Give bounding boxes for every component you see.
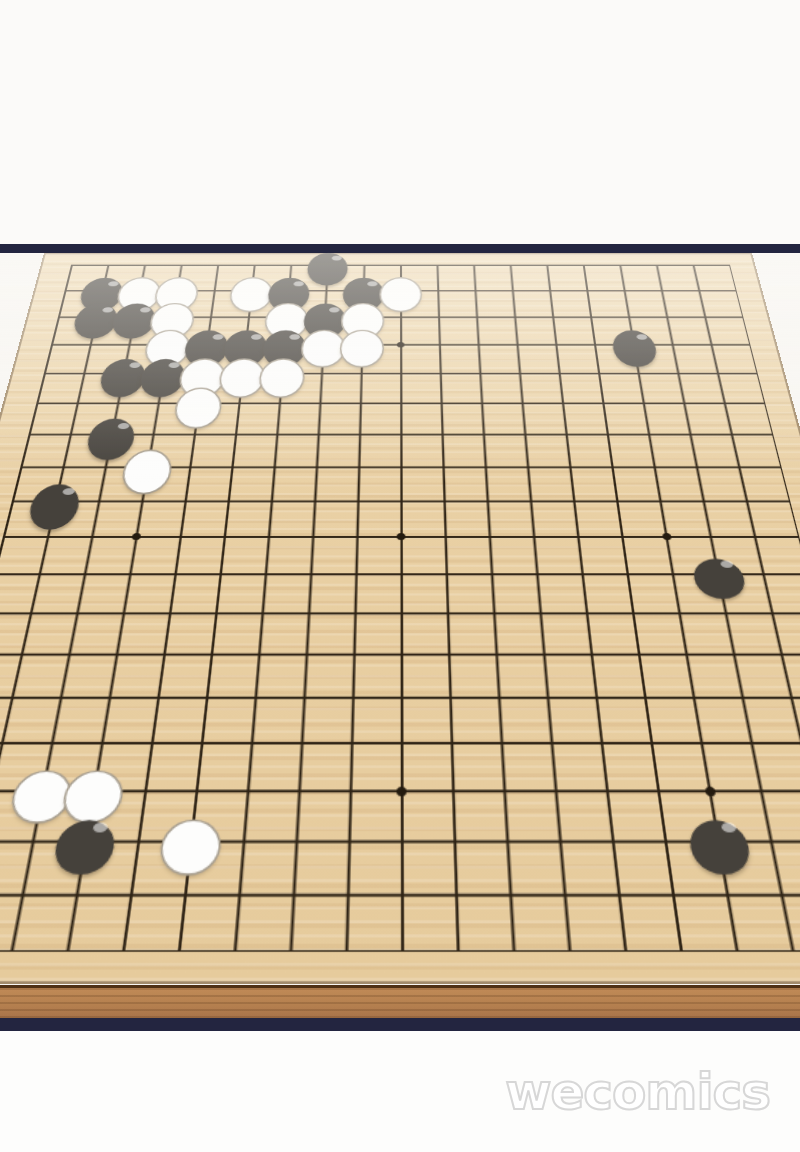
black-stone-glyph: ●	[685, 549, 752, 601]
white-stone-glyph: ●	[116, 439, 178, 495]
watermark-text: wecomics	[505, 1063, 770, 1121]
stone-black: ●	[37, 802, 132, 882]
stone-black: ●	[601, 323, 668, 366]
stone-white: ●	[145, 802, 235, 882]
black-stone-glyph: ●	[22, 472, 89, 531]
white-stone-glyph: ●	[337, 321, 387, 369]
board-front-edge	[0, 985, 800, 1018]
comic-page: { "game": "go", "board": { "size": 19, "…	[0, 0, 800, 1152]
stone-black: ●	[678, 545, 760, 604]
board-scene: ●●●●●●●●●●●●●●●●●●●●●●●●●●●●●●●●●●●●	[0, 235, 800, 985]
stone-white: ●	[331, 323, 392, 366]
white-stone-glyph: ●	[255, 349, 309, 399]
black-stone-glyph: ●	[680, 807, 758, 878]
black-stone-glyph: ●	[606, 321, 663, 369]
stone-black: ●	[672, 802, 767, 882]
stone-white: ●	[164, 380, 233, 427]
panel-border-bottom	[0, 1018, 800, 1031]
board-plane: ●●●●●●●●●●●●●●●●●●●●●●●●●●●●●●●●●●●●	[0, 253, 800, 984]
stone-white: ●	[110, 442, 184, 494]
star-point	[397, 786, 407, 796]
stone-black: ●	[16, 475, 95, 529]
white-stone-glyph: ●	[170, 378, 228, 430]
white-stone-glyph: ●	[154, 807, 228, 878]
stone-white: ●	[249, 351, 314, 396]
page-margin-top	[0, 0, 800, 244]
black-stone-glyph: ●	[46, 807, 124, 878]
